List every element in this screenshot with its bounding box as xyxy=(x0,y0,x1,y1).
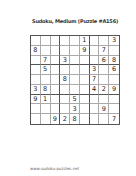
cell-r2c6: 9 xyxy=(80,46,90,56)
cell-r5c6 xyxy=(80,75,90,85)
cell-r8c6 xyxy=(80,104,90,114)
cell-r8c8: 9 xyxy=(99,104,109,114)
cell-r6c8: 2 xyxy=(99,85,109,95)
cell-r3c2: 7 xyxy=(41,56,51,66)
cell-r4c1 xyxy=(31,65,41,75)
cell-r4c9: 6 xyxy=(109,65,119,75)
cell-r4c7: 3 xyxy=(90,65,100,75)
cell-r4c5 xyxy=(70,65,80,75)
cell-r5c7: 7 xyxy=(90,75,100,85)
cell-r6c3 xyxy=(51,85,61,95)
cell-r5c1 xyxy=(31,75,41,85)
cell-r4c4 xyxy=(60,65,70,75)
cell-r9c7 xyxy=(90,114,100,124)
puzzle-title: Sudoku, Medium (Puzzle #A156) xyxy=(23,18,127,24)
cell-r9c6 xyxy=(80,114,90,124)
cell-r4c3 xyxy=(51,65,61,75)
cell-r5c4: 8 xyxy=(60,75,70,85)
cell-r1c4 xyxy=(60,36,70,46)
cell-r7c8 xyxy=(99,95,109,105)
cell-r2c8: 7 xyxy=(99,46,109,56)
cell-r8c2 xyxy=(41,104,51,114)
cell-r1c9: 3 xyxy=(109,36,119,46)
cell-r1c7 xyxy=(90,36,100,46)
cell-r1c8 xyxy=(99,36,109,46)
cell-r4c6 xyxy=(80,65,90,75)
cell-r7c9 xyxy=(109,95,119,105)
cell-r6c5 xyxy=(70,85,80,95)
cell-r7c5: 5 xyxy=(70,95,80,105)
cell-r1c3 xyxy=(51,36,61,46)
cell-r8c3 xyxy=(51,104,61,114)
cell-r6c2: 8 xyxy=(41,85,51,95)
cell-r9c2 xyxy=(41,114,51,124)
cell-r7c2: 1 xyxy=(41,95,51,105)
cell-r3c8: 6 xyxy=(99,56,109,66)
cell-r1c6: 1 xyxy=(80,36,90,46)
cell-r3c4: 3 xyxy=(60,56,70,66)
cell-r7c1: 9 xyxy=(31,95,41,105)
cell-r4c2: 5 xyxy=(41,65,51,75)
sudoku-grid: 1389773685368738429915399287 xyxy=(30,35,120,125)
cell-r6c9: 9 xyxy=(109,85,119,95)
footer-url: www.sudoku-puzzles.net xyxy=(30,166,79,171)
cell-r1c5 xyxy=(70,36,80,46)
cell-r8c5: 3 xyxy=(70,104,80,114)
cell-r7c4 xyxy=(60,95,70,105)
cell-r2c7 xyxy=(90,46,100,56)
cell-r3c7 xyxy=(90,56,100,66)
cell-r1c1 xyxy=(31,36,41,46)
cell-r8c7 xyxy=(90,104,100,114)
cell-r6c1: 3 xyxy=(31,85,41,95)
cell-r2c4 xyxy=(60,46,70,56)
cell-r7c7 xyxy=(90,95,100,105)
cell-r9c5: 8 xyxy=(70,114,80,124)
cell-r2c2 xyxy=(41,46,51,56)
cell-r3c1 xyxy=(31,56,41,66)
cell-r6c6 xyxy=(80,85,90,95)
cell-r7c6 xyxy=(80,95,90,105)
cell-r9c4: 2 xyxy=(60,114,70,124)
cell-r8c9 xyxy=(109,104,119,114)
cell-r4c8 xyxy=(99,65,109,75)
cell-r1c2 xyxy=(41,36,51,46)
cell-r3c6 xyxy=(80,56,90,66)
cell-r5c9 xyxy=(109,75,119,85)
cell-r5c5 xyxy=(70,75,80,85)
cell-r7c3 xyxy=(51,95,61,105)
cell-r6c4 xyxy=(60,85,70,95)
cell-r2c3 xyxy=(51,46,61,56)
cell-r9c8 xyxy=(99,114,109,124)
cell-r3c3 xyxy=(51,56,61,66)
cell-r6c7: 4 xyxy=(90,85,100,95)
cell-r8c4 xyxy=(60,104,70,114)
cell-r3c9: 8 xyxy=(109,56,119,66)
cell-r5c2 xyxy=(41,75,51,85)
cell-r5c3 xyxy=(51,75,61,85)
cell-r2c1: 8 xyxy=(31,46,41,56)
cell-r9c3: 9 xyxy=(51,114,61,124)
cell-r9c9: 7 xyxy=(109,114,119,124)
cell-r9c1 xyxy=(31,114,41,124)
cell-r8c1 xyxy=(31,104,41,114)
cell-r2c5 xyxy=(70,46,80,56)
cell-r2c9 xyxy=(109,46,119,56)
cell-r5c8 xyxy=(99,75,109,85)
cell-r3c5 xyxy=(70,56,80,66)
